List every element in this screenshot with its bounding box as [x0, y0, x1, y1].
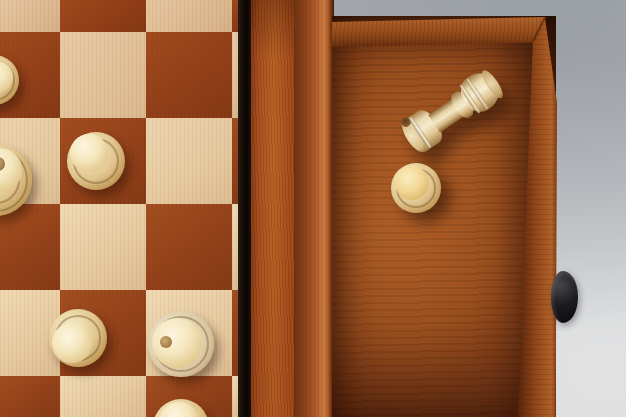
piece-pawn-mid[interactable]: ♙ [67, 132, 125, 190]
board-black-edge [238, 0, 251, 417]
piece-pawn-bottom-left[interactable]: ♙ [49, 309, 107, 367]
board-square-r2c2[interactable] [146, 118, 232, 204]
piece-head [160, 402, 198, 417]
piece-box-pawn[interactable]: ♙ [391, 163, 441, 213]
board-square-r1c2[interactable] [146, 32, 232, 118]
board-square-r0c1[interactable] [60, 0, 146, 32]
box-left-wall-edge [294, 0, 334, 417]
piece-bishop-bottom[interactable]: ♗ [148, 311, 214, 377]
chess-board[interactable]: ♙♗♙♙♗♙ [0, 0, 238, 417]
board-square-r3c0[interactable] [0, 204, 60, 290]
piece-head [395, 166, 429, 200]
board-square-r3c2[interactable] [146, 204, 232, 290]
piece-head [70, 134, 108, 172]
piece-finial [160, 336, 172, 348]
board-square-r5c0[interactable] [0, 376, 60, 417]
piece-box-rook[interactable]: ♖ [392, 63, 512, 159]
board-square-r0c2[interactable] [146, 0, 232, 32]
board-square-r0c0[interactable] [0, 0, 60, 32]
board-square-r1c1[interactable] [60, 32, 146, 118]
board-square-r5c1[interactable] [60, 376, 146, 417]
board-square-r3c1[interactable] [60, 204, 146, 290]
board-frame-plank [251, 0, 294, 417]
piece-head [52, 323, 92, 363]
scene: ♙♗♙♙♗♙ ♖♙ [0, 0, 626, 417]
rook-body [398, 65, 507, 156]
